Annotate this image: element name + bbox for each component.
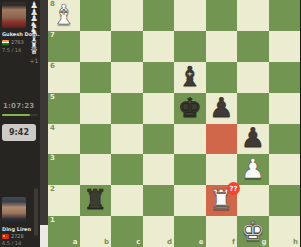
rank-label-1: 1 [50,217,55,224]
rank-label-7: 7 [50,32,55,39]
square-d3[interactable] [143,154,175,185]
black-king-e5[interactable]: ♚ [178,94,202,121]
bottom-player-rating: 2728 [11,233,24,239]
clock-bottom-active: 9:42 [2,124,36,141]
square-e8[interactable] [174,0,206,31]
black-pawn-g4[interactable]: ♟ [241,124,265,151]
left-panel: Gukesh Dom... 2783 7.5 / 14 ♟♟♟♞♞♝♜♛ +1 … [0,0,40,247]
square-g8[interactable] [237,0,269,31]
square-h3[interactable] [269,154,301,185]
top-player-rating: 2783 [11,39,24,45]
square-g6[interactable] [237,62,269,93]
rank-label-2: 2 [50,186,55,193]
square-f5[interactable]: ♟ [206,93,238,124]
square-a3[interactable]: 3 [48,154,80,185]
square-b7[interactable] [80,31,112,62]
square-f1[interactable]: f [206,216,238,247]
square-a8[interactable]: 8♝ [48,0,80,31]
square-d2[interactable] [143,185,175,216]
file-label-d: d [167,239,172,246]
white-king-g1[interactable]: ♚ [241,217,265,244]
china-flag-icon [2,234,9,239]
white-bishop-a8[interactable]: ♝ [52,1,76,28]
square-b1[interactable]: b [80,216,112,247]
rank-label-3: 3 [50,155,55,162]
square-d6[interactable] [143,62,175,93]
captured-piece-icons: ♟♟♟♞♞♝♜♛ [28,2,40,55]
square-g7[interactable] [237,31,269,62]
square-f8[interactable] [206,0,238,31]
square-d5[interactable] [143,93,175,124]
square-d1[interactable]: d [143,216,175,247]
square-c4[interactable] [111,124,143,155]
black-bishop-e6[interactable]: ♝ [178,63,202,90]
rank-label-6: 6 [50,63,55,70]
black-pawn-f5[interactable]: ♟ [209,94,233,121]
rank-label-4: 4 [50,125,55,132]
square-a5[interactable]: 5 [48,93,80,124]
top-player-rating-row: 2783 [2,39,24,45]
square-f6[interactable] [206,62,238,93]
square-e7[interactable] [174,31,206,62]
square-c1[interactable]: c [111,216,143,247]
file-label-c: c [136,239,140,246]
square-e5[interactable]: ♚ [174,93,206,124]
square-h7[interactable] [269,31,301,62]
square-c8[interactable] [111,0,143,31]
file-label-e: e [199,239,204,246]
captured-pieces-column: ♟♟♟♞♞♝♜♛ +1 [28,2,40,64]
square-d7[interactable] [143,31,175,62]
square-b6[interactable] [80,62,112,93]
square-a2[interactable]: 2 [48,185,80,216]
square-e2[interactable] [174,185,206,216]
avatar-bottom-player[interactable] [2,197,26,223]
square-b3[interactable] [80,154,112,185]
square-h1[interactable]: h [269,216,301,247]
broadcast-window: Gukesh Dom... 2783 7.5 / 14 ♟♟♟♞♞♝♜♛ +1 … [0,0,300,247]
bottom-player-rating-row: 2728 [2,233,24,239]
square-b5[interactable] [80,93,112,124]
clock-top: 1:07:23 [3,102,39,110]
square-d4[interactable] [143,124,175,155]
square-f7[interactable] [206,31,238,62]
square-c5[interactable] [111,93,143,124]
chess-board[interactable]: 8♝76♝5♚♟4♟3♟2♜♜??1abcdefg♚h [48,0,300,247]
square-b4[interactable] [80,124,112,155]
time-progress-track [2,114,38,116]
square-g4[interactable]: ♟ [237,124,269,155]
square-a4[interactable]: 4 [48,124,80,155]
square-h6[interactable] [269,62,301,93]
square-h2[interactable] [269,185,301,216]
file-label-h: h [293,239,298,246]
square-g5[interactable] [237,93,269,124]
square-a7[interactable]: 7 [48,31,80,62]
square-g1[interactable]: g♚ [237,216,269,247]
square-c3[interactable] [111,154,143,185]
square-c7[interactable] [111,31,143,62]
file-label-f: f [232,239,235,246]
material-advantage: +1 [28,57,40,64]
rank-label-5: 5 [50,94,55,101]
square-c2[interactable] [111,185,143,216]
file-label-a: a [73,239,78,246]
square-a6[interactable]: 6 [48,62,80,93]
square-e6[interactable]: ♝ [174,62,206,93]
file-label-b: b [104,239,109,246]
square-g2[interactable] [237,185,269,216]
square-e1[interactable]: e [174,216,206,247]
black-rook-b2[interactable]: ♜ [83,186,107,213]
square-e3[interactable] [174,154,206,185]
square-b8[interactable] [80,0,112,31]
square-h5[interactable] [269,93,301,124]
time-progress-fill [2,114,30,116]
evaluation-bar-white-portion [40,225,48,247]
square-g3[interactable]: ♟ [237,154,269,185]
avatar-top-player[interactable] [2,2,26,28]
square-c6[interactable] [111,62,143,93]
bottom-player-score: 6.5 / 14 [2,240,21,246]
square-a1[interactable]: 1a [48,216,80,247]
evaluation-bar [40,0,48,247]
top-player-score: 7.5 / 14 [2,47,21,53]
white-pawn-g3[interactable]: ♟ [241,155,265,182]
square-d8[interactable] [143,0,175,31]
square-h4[interactable] [269,124,301,155]
square-b2[interactable]: ♜ [80,185,112,216]
square-e4[interactable] [174,124,206,155]
bottom-player-name[interactable]: Ding Liren [2,226,40,232]
square-h8[interactable] [269,0,301,31]
india-flag-icon [2,40,9,45]
square-f4[interactable] [206,124,238,155]
captured-q-icon: ♛ [28,48,40,55]
square-f2[interactable]: ♜?? [206,185,238,216]
square-f3[interactable] [206,154,238,185]
